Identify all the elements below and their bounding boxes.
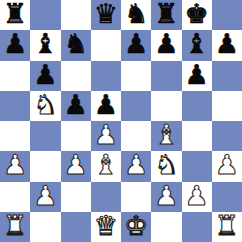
piece-black-pawn-e7[interactable]: ♟ xyxy=(124,30,148,59)
square-d6[interactable] xyxy=(91,61,121,91)
piece-black-king-g8[interactable]: ♚ xyxy=(185,0,209,29)
piece-white-rook-h1[interactable]: ♜ xyxy=(215,212,239,241)
square-d8[interactable]: ♛ xyxy=(91,0,121,30)
square-d2[interactable] xyxy=(91,182,121,212)
square-f1[interactable] xyxy=(151,212,181,242)
square-f7[interactable]: ♟ xyxy=(151,30,181,60)
square-h5[interactable] xyxy=(212,91,242,121)
square-e2[interactable] xyxy=(121,182,151,212)
square-e8[interactable]: ♞ xyxy=(121,0,151,30)
piece-white-queen-d1[interactable]: ♛ xyxy=(94,212,118,241)
square-e1[interactable]: ♚ xyxy=(121,212,151,242)
square-h8[interactable] xyxy=(212,0,242,30)
square-f8[interactable]: ♜ xyxy=(151,0,181,30)
square-h7[interactable]: ♟ xyxy=(212,30,242,60)
square-h1[interactable]: ♜ xyxy=(212,212,242,242)
square-g2[interactable]: ♟ xyxy=(182,182,212,212)
piece-black-bishop-b7[interactable]: ♝ xyxy=(33,30,57,59)
piece-black-pawn-a7[interactable]: ♟ xyxy=(3,30,27,59)
piece-black-pawn-c5[interactable]: ♟ xyxy=(64,91,88,120)
piece-black-queen-d8[interactable]: ♛ xyxy=(94,0,118,29)
square-e5[interactable] xyxy=(121,91,151,121)
piece-white-pawn-a3[interactable]: ♟ xyxy=(3,151,27,180)
piece-white-pawn-c3[interactable]: ♟ xyxy=(64,151,88,180)
square-d4[interactable]: ♟ xyxy=(91,121,121,151)
square-c4[interactable] xyxy=(61,121,91,151)
square-g1[interactable] xyxy=(182,212,212,242)
square-b8[interactable] xyxy=(30,0,60,30)
piece-white-knight-f3[interactable]: ♞ xyxy=(154,151,178,180)
square-c5[interactable]: ♟ xyxy=(61,91,91,121)
square-a4[interactable] xyxy=(0,121,30,151)
square-b5[interactable]: ♞ xyxy=(30,91,60,121)
piece-white-pawn-e3[interactable]: ♟ xyxy=(124,151,148,180)
square-a1[interactable]: ♜ xyxy=(0,212,30,242)
square-a2[interactable] xyxy=(0,182,30,212)
square-a3[interactable]: ♟ xyxy=(0,151,30,181)
square-a6[interactable] xyxy=(0,61,30,91)
square-d7[interactable] xyxy=(91,30,121,60)
square-c6[interactable] xyxy=(61,61,91,91)
piece-white-king-e1[interactable]: ♚ xyxy=(124,212,148,241)
square-f5[interactable] xyxy=(151,91,181,121)
square-b3[interactable] xyxy=(30,151,60,181)
piece-white-pawn-d4[interactable]: ♟ xyxy=(94,121,118,150)
square-h4[interactable] xyxy=(212,121,242,151)
square-a7[interactable]: ♟ xyxy=(0,30,30,60)
square-a8[interactable]: ♜ xyxy=(0,0,30,30)
square-b4[interactable] xyxy=(30,121,60,151)
piece-black-bishop-g7[interactable]: ♝ xyxy=(185,30,209,59)
piece-white-pawn-b2[interactable]: ♟ xyxy=(33,182,57,211)
piece-black-pawn-f7[interactable]: ♟ xyxy=(154,30,178,59)
piece-white-bishop-d3[interactable]: ♝ xyxy=(94,151,118,180)
square-b7[interactable]: ♝ xyxy=(30,30,60,60)
square-e4[interactable] xyxy=(121,121,151,151)
piece-white-knight-b5[interactable]: ♞ xyxy=(33,91,57,120)
piece-white-pawn-h3[interactable]: ♟ xyxy=(215,151,239,180)
piece-white-bishop-f4[interactable]: ♝ xyxy=(154,121,178,150)
square-h2[interactable] xyxy=(212,182,242,212)
square-c8[interactable] xyxy=(61,0,91,30)
square-c3[interactable]: ♟ xyxy=(61,151,91,181)
piece-white-pawn-g2[interactable]: ♟ xyxy=(185,182,209,211)
square-d3[interactable]: ♝ xyxy=(91,151,121,181)
piece-white-pawn-f2[interactable]: ♟ xyxy=(154,182,178,211)
square-d5[interactable]: ♟ xyxy=(91,91,121,121)
square-b2[interactable]: ♟ xyxy=(30,182,60,212)
square-b6[interactable]: ♟ xyxy=(30,61,60,91)
piece-white-rook-a1[interactable]: ♜ xyxy=(3,212,27,241)
square-c7[interactable]: ♞ xyxy=(61,30,91,60)
square-f6[interactable] xyxy=(151,61,181,91)
square-f2[interactable]: ♟ xyxy=(151,182,181,212)
square-e3[interactable]: ♟ xyxy=(121,151,151,181)
chess-board: ♜♛♞♜♚♟♝♞♟♟♝♟♟♟♞♟♟♟♝♟♟♝♟♞♟♟♟♟♜♛♚♜ xyxy=(0,0,242,242)
piece-black-pawn-d5[interactable]: ♟ xyxy=(94,91,118,120)
square-h3[interactable]: ♟ xyxy=(212,151,242,181)
square-e7[interactable]: ♟ xyxy=(121,30,151,60)
square-b1[interactable] xyxy=(30,212,60,242)
square-d1[interactable]: ♛ xyxy=(91,212,121,242)
piece-black-knight-c7[interactable]: ♞ xyxy=(64,30,88,59)
square-g6[interactable]: ♟ xyxy=(182,61,212,91)
square-c1[interactable] xyxy=(61,212,91,242)
piece-black-knight-e8[interactable]: ♞ xyxy=(124,0,148,29)
piece-black-pawn-h7[interactable]: ♟ xyxy=(215,30,239,59)
square-g8[interactable]: ♚ xyxy=(182,0,212,30)
square-h6[interactable] xyxy=(212,61,242,91)
piece-black-pawn-g6[interactable]: ♟ xyxy=(185,61,209,90)
square-g4[interactable] xyxy=(182,121,212,151)
square-g5[interactable] xyxy=(182,91,212,121)
square-f4[interactable]: ♝ xyxy=(151,121,181,151)
square-g3[interactable] xyxy=(182,151,212,181)
square-e6[interactable] xyxy=(121,61,151,91)
square-c2[interactable] xyxy=(61,182,91,212)
piece-black-rook-a8[interactable]: ♜ xyxy=(3,0,27,29)
piece-black-rook-f8[interactable]: ♜ xyxy=(154,0,178,29)
square-g7[interactable]: ♝ xyxy=(182,30,212,60)
square-f3[interactable]: ♞ xyxy=(151,151,181,181)
square-a5[interactable] xyxy=(0,91,30,121)
piece-black-pawn-b6[interactable]: ♟ xyxy=(33,61,57,90)
